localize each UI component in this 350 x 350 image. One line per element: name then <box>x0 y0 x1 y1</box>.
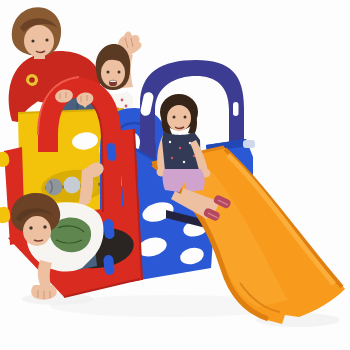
boy1-shirt-crest-center <box>29 77 35 83</box>
floral-dot <box>121 99 124 102</box>
girl2-face <box>167 105 191 131</box>
floral-dot <box>169 141 171 143</box>
floral-dot <box>179 147 181 149</box>
boy2-eye-left <box>29 226 32 229</box>
girl1-eye-right <box>118 71 121 74</box>
boy1-eye-right <box>45 38 48 41</box>
floral-dot <box>171 157 173 159</box>
floral-dot <box>125 105 128 108</box>
girl2-eye-right <box>184 116 187 119</box>
girl2-eye-left <box>173 116 176 119</box>
bead-gray <box>46 179 63 196</box>
bead-silver <box>64 177 81 194</box>
girl1-eye-left <box>107 71 110 74</box>
playground-illustration <box>0 0 350 350</box>
floral-dot <box>183 161 185 163</box>
boy1-eye-left <box>31 39 34 42</box>
slide-wall-tab <box>243 140 255 148</box>
boy2-eye-right <box>43 225 46 228</box>
girl1-teeth <box>110 81 116 83</box>
navy-arch-slot-1 <box>233 102 239 116</box>
product-photo <box>0 0 350 350</box>
